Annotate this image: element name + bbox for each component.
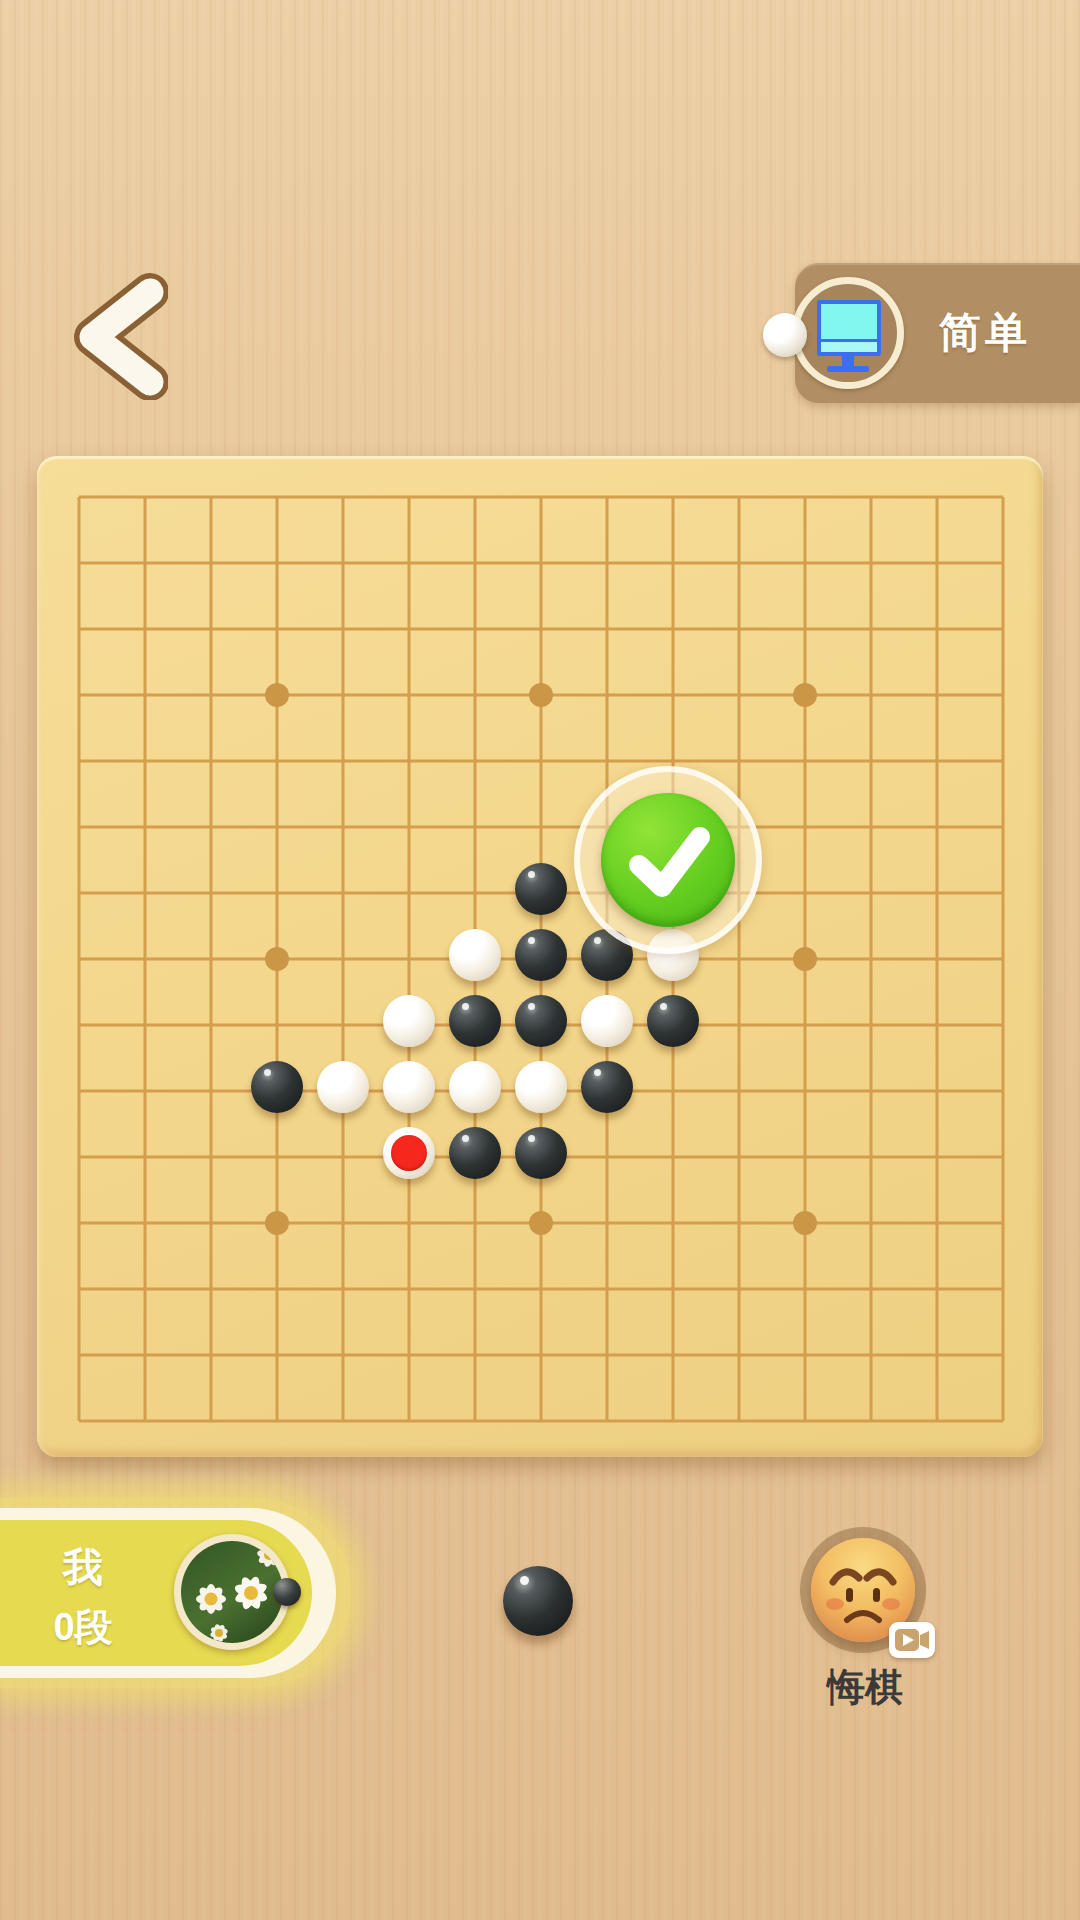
star-point bbox=[793, 683, 817, 707]
stone-white bbox=[515, 1061, 567, 1113]
star-point bbox=[265, 683, 289, 707]
star-point bbox=[265, 947, 289, 971]
undo-label: 悔棋 bbox=[785, 1662, 945, 1713]
difficulty-badge[interactable]: 简单 bbox=[795, 263, 1080, 403]
player-rank: 0段 bbox=[30, 1602, 136, 1653]
back-chevron-icon bbox=[58, 270, 168, 400]
star-point bbox=[529, 683, 553, 707]
video-camera-icon bbox=[889, 1622, 935, 1658]
star-point bbox=[793, 947, 817, 971]
stone-white bbox=[383, 995, 435, 1047]
player-color-stone-black bbox=[273, 1578, 301, 1606]
confirm-move-button[interactable] bbox=[601, 793, 735, 927]
gomoku-board[interactable] bbox=[37, 456, 1043, 1457]
stone-black bbox=[515, 1127, 567, 1179]
stone-black bbox=[449, 1127, 501, 1179]
star-point bbox=[265, 1211, 289, 1235]
difficulty-label: 简单 bbox=[905, 263, 1065, 403]
check-icon bbox=[601, 793, 735, 927]
player-name: 我 bbox=[30, 1540, 136, 1595]
undo-button[interactable] bbox=[799, 1526, 927, 1654]
stone-white bbox=[383, 1127, 435, 1179]
daisy-flowers bbox=[181, 1541, 283, 1643]
stone-black bbox=[251, 1061, 303, 1113]
stone-white bbox=[317, 1061, 369, 1113]
avatar-photo-daisies bbox=[181, 1541, 283, 1643]
stone-black bbox=[647, 995, 699, 1047]
stone-black bbox=[515, 995, 567, 1047]
computer-monitor-icon bbox=[817, 300, 881, 356]
stone-white bbox=[383, 1061, 435, 1113]
stone-white bbox=[581, 995, 633, 1047]
stone-white bbox=[449, 929, 501, 981]
stone-black bbox=[515, 929, 567, 981]
stone-black bbox=[449, 995, 501, 1047]
difficulty-icon-circle bbox=[792, 277, 904, 389]
stone-black bbox=[581, 1061, 633, 1113]
star-point bbox=[793, 1211, 817, 1235]
white-stone-icon bbox=[763, 313, 807, 357]
stone-white bbox=[449, 1061, 501, 1113]
back-button[interactable] bbox=[58, 270, 168, 400]
star-point bbox=[529, 1211, 553, 1235]
stone-black bbox=[515, 863, 567, 915]
last-move-marker bbox=[391, 1135, 427, 1171]
turn-indicator-black-stone bbox=[503, 1566, 573, 1636]
